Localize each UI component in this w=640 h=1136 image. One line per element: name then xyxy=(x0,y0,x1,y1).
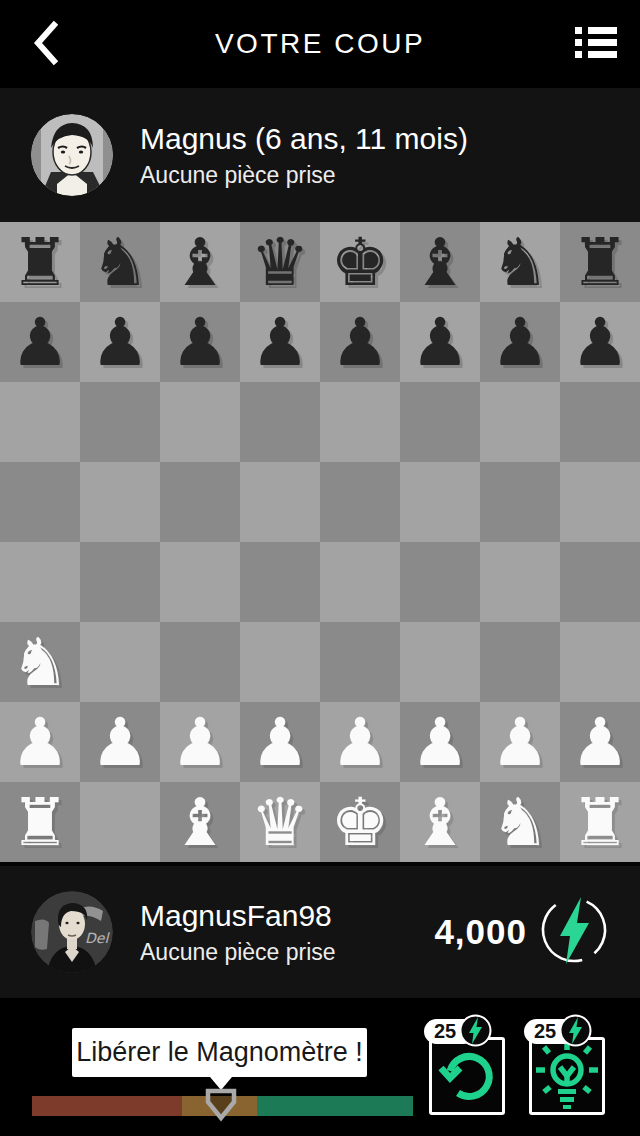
board-square-f4[interactable] xyxy=(400,542,480,622)
back-chevron-icon xyxy=(30,19,58,70)
board-square-h3[interactable] xyxy=(560,622,640,702)
white-knight: ♞ xyxy=(0,622,80,702)
board-square-g7[interactable]: ♟ xyxy=(480,302,560,382)
board-square-h1[interactable]: ♜ xyxy=(560,782,640,862)
board-square-a1[interactable]: ♜ xyxy=(0,782,80,862)
black-king: ♚ xyxy=(320,222,400,302)
board-square-d6[interactable] xyxy=(240,382,320,462)
board-square-f1[interactable]: ♝ xyxy=(400,782,480,862)
board-square-c6[interactable] xyxy=(160,382,240,462)
list-icon xyxy=(575,26,617,63)
opponent-name: Magnus (6 ans, 11 mois) xyxy=(140,122,468,156)
black-bishop: ♝ xyxy=(160,222,240,302)
board-square-c7[interactable]: ♟ xyxy=(160,302,240,382)
white-pawn: ♟ xyxy=(400,702,480,782)
board-square-b4[interactable] xyxy=(80,542,160,622)
board-square-f5[interactable] xyxy=(400,462,480,542)
board-square-h2[interactable]: ♟ xyxy=(560,702,640,782)
energy-score: 4,000 xyxy=(434,892,612,972)
undo-button[interactable]: 25 xyxy=(429,1037,505,1115)
shield-marker-icon xyxy=(204,1088,238,1126)
meter-segment-1 xyxy=(32,1096,182,1116)
white-pawn: ♟ xyxy=(80,702,160,782)
board-square-c5[interactable] xyxy=(160,462,240,542)
lightbulb-icon xyxy=(532,1040,602,1113)
black-bishop: ♝ xyxy=(400,222,480,302)
board-square-f3[interactable] xyxy=(400,622,480,702)
board-square-e4[interactable] xyxy=(320,542,400,622)
board-square-b5[interactable] xyxy=(80,462,160,542)
hint-cost-badge: 25 xyxy=(524,1018,576,1044)
board-square-f6[interactable] xyxy=(400,382,480,462)
board-square-d7[interactable]: ♟ xyxy=(240,302,320,382)
black-pawn: ♟ xyxy=(400,302,480,382)
energy-amount: 4,000 xyxy=(434,912,527,952)
board-square-g8[interactable]: ♞ xyxy=(480,222,560,302)
black-pawn: ♟ xyxy=(80,302,160,382)
board-square-c8[interactable]: ♝ xyxy=(160,222,240,302)
board-square-b7[interactable]: ♟ xyxy=(80,302,160,382)
board-square-a6[interactable] xyxy=(0,382,80,462)
magnometer-tooltip: Libérer le Magnomètre ! xyxy=(72,1028,367,1077)
svg-text:Del: Del xyxy=(85,930,110,946)
footer-controls: Libérer le Magnomètre ! 25 xyxy=(0,998,640,1136)
board-square-f8[interactable]: ♝ xyxy=(400,222,480,302)
opponent-avatar xyxy=(31,114,113,196)
white-pawn: ♟ xyxy=(480,702,560,782)
black-queen: ♛ xyxy=(240,222,320,302)
black-pawn: ♟ xyxy=(480,302,560,382)
page-title: VOTRE COUP xyxy=(88,28,552,60)
black-pawn: ♟ xyxy=(320,302,400,382)
board-square-a4[interactable] xyxy=(0,542,80,622)
board-square-e3[interactable] xyxy=(320,622,400,702)
board-square-h5[interactable] xyxy=(560,462,640,542)
board-square-f7[interactable]: ♟ xyxy=(400,302,480,382)
board-square-b6[interactable] xyxy=(80,382,160,462)
white-rook: ♜ xyxy=(560,782,640,862)
board-square-b1[interactable] xyxy=(80,782,160,862)
black-pawn: ♟ xyxy=(0,302,80,382)
white-pawn: ♟ xyxy=(240,702,320,782)
board-square-e5[interactable] xyxy=(320,462,400,542)
white-knight: ♞ xyxy=(480,782,560,862)
restart-arrow-icon xyxy=(437,1045,497,1108)
white-pawn: ♟ xyxy=(320,702,400,782)
chess-board[interactable]: ♜♞♝♛♚♝♞♜♟♟♟♟♟♟♟♟♞♟♟♟♟♟♟♟♟♜♝♛♚♝♞♜ xyxy=(0,222,640,862)
board-square-g4[interactable] xyxy=(480,542,560,622)
magnometer-bar xyxy=(32,1096,413,1116)
top-nav-bar: VOTRE COUP xyxy=(0,0,640,88)
black-rook: ♜ xyxy=(0,222,80,302)
opponent-bar: Magnus (6 ans, 11 mois) Aucune pièce pri… xyxy=(0,88,640,222)
board-square-b3[interactable] xyxy=(80,622,160,702)
player-name: MagnusFan98 xyxy=(140,899,336,933)
lightning-bolt-icon xyxy=(536,892,612,972)
white-rook: ♜ xyxy=(0,782,80,862)
board-square-a5[interactable] xyxy=(0,462,80,542)
board-square-g1[interactable]: ♞ xyxy=(480,782,560,862)
menu-button[interactable] xyxy=(552,0,640,88)
board-square-a8[interactable]: ♜ xyxy=(0,222,80,302)
hint-button[interactable]: 25 xyxy=(529,1037,605,1115)
board-square-h4[interactable] xyxy=(560,542,640,622)
board-square-b8[interactable]: ♞ xyxy=(80,222,160,302)
board-square-e8[interactable]: ♚ xyxy=(320,222,400,302)
board-square-d2[interactable]: ♟ xyxy=(240,702,320,782)
board-square-f2[interactable]: ♟ xyxy=(400,702,480,782)
black-pawn: ♟ xyxy=(160,302,240,382)
board-square-b2[interactable]: ♟ xyxy=(80,702,160,782)
board-square-a3[interactable]: ♞ xyxy=(0,622,80,702)
white-pawn: ♟ xyxy=(560,702,640,782)
black-knight: ♞ xyxy=(480,222,560,302)
back-button[interactable] xyxy=(0,0,88,88)
board-square-g6[interactable] xyxy=(480,382,560,462)
board-square-d8[interactable]: ♛ xyxy=(240,222,320,302)
board-square-c3[interactable] xyxy=(160,622,240,702)
board-square-g5[interactable] xyxy=(480,462,560,542)
undo-cost-badge: 25 xyxy=(424,1018,476,1044)
board-square-a2[interactable]: ♟ xyxy=(0,702,80,782)
black-rook: ♜ xyxy=(560,222,640,302)
white-bishop: ♝ xyxy=(160,782,240,862)
white-bishop: ♝ xyxy=(400,782,480,862)
black-pawn: ♟ xyxy=(560,302,640,382)
meter-segment-3 xyxy=(257,1096,413,1116)
black-knight: ♞ xyxy=(80,222,160,302)
board-square-h6[interactable] xyxy=(560,382,640,462)
board-square-c1[interactable]: ♝ xyxy=(160,782,240,862)
black-pawn: ♟ xyxy=(240,302,320,382)
board-square-d1[interactable]: ♛ xyxy=(240,782,320,862)
opponent-capture-status: Aucune pièce prise xyxy=(140,162,468,189)
player-capture-status: Aucune pièce prise xyxy=(140,939,336,966)
board-square-d4[interactable] xyxy=(240,542,320,622)
board-square-g3[interactable] xyxy=(480,622,560,702)
board-square-c2[interactable]: ♟ xyxy=(160,702,240,782)
board-square-h8[interactable]: ♜ xyxy=(560,222,640,302)
lightning-bolt-icon xyxy=(559,1014,592,1050)
player-avatar: Del xyxy=(31,891,113,973)
board-square-c4[interactable] xyxy=(160,542,240,622)
white-pawn: ♟ xyxy=(0,702,80,782)
white-pawn: ♟ xyxy=(160,702,240,782)
board-square-e1[interactable]: ♚ xyxy=(320,782,400,862)
board-square-d3[interactable] xyxy=(240,622,320,702)
board-square-e6[interactable] xyxy=(320,382,400,462)
white-king: ♚ xyxy=(320,782,400,862)
lightning-bolt-icon xyxy=(459,1014,492,1050)
board-square-d5[interactable] xyxy=(240,462,320,542)
board-square-e7[interactable]: ♟ xyxy=(320,302,400,382)
board-square-g2[interactable]: ♟ xyxy=(480,702,560,782)
board-square-e2[interactable]: ♟ xyxy=(320,702,400,782)
board-square-h7[interactable]: ♟ xyxy=(560,302,640,382)
player-bar: Del MagnusFan98 Aucune pièce prise 4,000 xyxy=(0,862,640,998)
white-queen: ♛ xyxy=(240,782,320,862)
board-square-a7[interactable]: ♟ xyxy=(0,302,80,382)
